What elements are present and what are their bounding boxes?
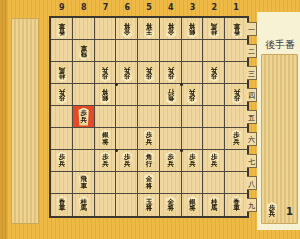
gote-piece-歩兵[interactable]: 歩兵 xyxy=(54,86,70,104)
square-1-5[interactable] xyxy=(225,106,247,128)
square-9-3[interactable]: 桂馬 xyxy=(51,62,73,84)
file-label-6: 6 xyxy=(116,3,138,12)
square-8-8[interactable]: 飛車 xyxy=(73,172,95,194)
gote-piece-歩兵[interactable]: 歩兵 xyxy=(97,64,113,82)
square-6-5[interactable] xyxy=(116,106,138,128)
square-9-7[interactable]: 歩兵 xyxy=(51,150,73,172)
gote-piece-香車[interactable]: 香車 xyxy=(54,20,70,38)
gote-piece-角行[interactable]: 角行 xyxy=(163,86,179,104)
star-point xyxy=(180,149,183,152)
file-label-4: 4 xyxy=(160,3,182,12)
file-label-3: 3 xyxy=(182,3,204,12)
square-6-1[interactable]: 金将 xyxy=(116,18,138,40)
square-8-4[interactable] xyxy=(73,84,95,106)
sente-piece-銀将[interactable]: 銀将 xyxy=(97,130,113,148)
square-9-1[interactable]: 香車 xyxy=(51,18,73,40)
square-4-5[interactable] xyxy=(160,106,182,128)
square-1-8[interactable] xyxy=(225,172,247,194)
shogi-board: 香車金将王将金将銀将桂馬香車飛車桂馬歩兵歩兵歩兵歩兵歩兵歩兵銀将角行歩兵歩兵歩兵… xyxy=(49,16,249,218)
square-2-1[interactable]: 桂馬 xyxy=(203,18,225,40)
sente-piece-歩兵[interactable]: 歩兵 xyxy=(163,152,179,170)
square-1-9[interactable]: 香車 xyxy=(225,194,247,216)
square-5-3[interactable]: 歩兵 xyxy=(138,62,160,84)
square-6-8[interactable] xyxy=(116,172,138,194)
sente-hand-tray xyxy=(261,54,298,224)
square-4-8[interactable] xyxy=(160,172,182,194)
square-9-5[interactable] xyxy=(51,106,73,128)
square-2-6[interactable] xyxy=(203,128,225,150)
square-7-4[interactable]: 銀将 xyxy=(95,84,117,106)
square-2-7[interactable]: 歩兵 xyxy=(203,150,225,172)
square-4-4[interactable]: 角行 xyxy=(160,84,182,106)
square-9-8[interactable] xyxy=(51,172,73,194)
square-2-2[interactable] xyxy=(203,40,225,62)
square-7-7[interactable]: 歩兵 xyxy=(95,150,117,172)
gote-piece-香車[interactable]: 香車 xyxy=(229,20,245,38)
square-5-1[interactable]: 王将 xyxy=(138,18,160,40)
gote-piece-歩兵[interactable]: 歩兵 xyxy=(163,64,179,82)
square-3-4[interactable]: 歩兵 xyxy=(182,84,204,106)
square-9-9[interactable]: 香車 xyxy=(51,194,73,216)
sente-piece-飛車[interactable]: 飛車 xyxy=(76,174,92,192)
file-coordinate-labels: 987654321 xyxy=(51,3,247,12)
square-8-7[interactable] xyxy=(73,150,95,172)
square-2-9[interactable]: 桂馬 xyxy=(203,194,225,216)
square-5-6[interactable]: 歩兵 xyxy=(138,128,160,150)
square-2-3[interactable]: 歩兵 xyxy=(203,62,225,84)
square-4-1[interactable]: 金将 xyxy=(160,18,182,40)
square-5-7[interactable]: 角行 xyxy=(138,150,160,172)
sente-piece-歩兵[interactable]: 歩兵 xyxy=(141,130,157,148)
sente-piece-角行[interactable]: 角行 xyxy=(141,152,157,170)
square-8-1[interactable] xyxy=(73,18,95,40)
square-8-6[interactable] xyxy=(73,128,95,150)
gote-piece-金将[interactable]: 金将 xyxy=(119,20,135,38)
square-9-4[interactable]: 歩兵 xyxy=(51,84,73,106)
sente-piece-香車[interactable]: 香車 xyxy=(229,196,245,214)
shogi-app: 香車金将王将金将銀将桂馬香車飛車桂馬歩兵歩兵歩兵歩兵歩兵歩兵銀将角行歩兵歩兵歩兵… xyxy=(0,0,300,239)
file-label-2: 2 xyxy=(203,3,225,12)
star-point xyxy=(180,83,183,86)
sente-piece-桂馬[interactable]: 桂馬 xyxy=(76,196,92,214)
file-label-5: 5 xyxy=(138,3,160,12)
sente-piece-歩兵[interactable]: 歩兵 xyxy=(206,152,222,170)
square-7-2[interactable] xyxy=(95,40,117,62)
sente-hand-pawn-count: 1 xyxy=(286,206,293,217)
square-8-9[interactable]: 桂馬 xyxy=(73,194,95,216)
sente-piece-桂馬[interactable]: 桂馬 xyxy=(206,196,222,214)
square-7-1[interactable] xyxy=(95,18,117,40)
square-6-9[interactable] xyxy=(116,194,138,216)
gote-piece-桂馬[interactable]: 桂馬 xyxy=(54,64,70,82)
square-3-9[interactable]: 銀将 xyxy=(182,194,204,216)
right-info-panel: 後手番 xyxy=(257,12,300,230)
square-7-9[interactable] xyxy=(95,194,117,216)
sente-piece-歩兵[interactable]: 歩兵 xyxy=(76,108,92,126)
sente-hand-pieces: 歩兵 1 xyxy=(263,202,293,220)
square-5-9[interactable]: 玉将 xyxy=(138,194,160,216)
square-1-4[interactable]: 歩兵 xyxy=(225,84,247,106)
square-4-3[interactable]: 歩兵 xyxy=(160,62,182,84)
square-7-8[interactable] xyxy=(95,172,117,194)
sente-piece-金将[interactable]: 金将 xyxy=(141,174,157,192)
square-4-6[interactable] xyxy=(160,128,182,150)
square-3-8[interactable] xyxy=(182,172,204,194)
square-3-1[interactable]: 銀将 xyxy=(182,18,204,40)
gote-piece-歩兵[interactable]: 歩兵 xyxy=(206,64,222,82)
square-3-6[interactable] xyxy=(182,128,204,150)
sente-piece-金将[interactable]: 金将 xyxy=(163,196,179,214)
square-5-2[interactable] xyxy=(138,40,160,62)
square-5-4[interactable] xyxy=(138,84,160,106)
sente-piece-玉将[interactable]: 玉将 xyxy=(141,196,157,214)
file-label-1: 1 xyxy=(225,3,247,12)
gote-piece-歩兵[interactable]: 歩兵 xyxy=(229,86,245,104)
file-label-7: 7 xyxy=(95,3,117,12)
star-point xyxy=(115,83,118,86)
gote-piece-歩兵[interactable]: 歩兵 xyxy=(184,86,200,104)
file-label-9: 9 xyxy=(51,3,73,12)
square-9-6[interactable] xyxy=(51,128,73,150)
square-8-2[interactable]: 飛車 xyxy=(73,40,95,62)
square-6-3[interactable]: 歩兵 xyxy=(116,62,138,84)
gote-piece-飛車[interactable]: 飛車 xyxy=(76,42,92,60)
square-2-5[interactable] xyxy=(203,106,225,128)
square-1-6[interactable]: 歩兵 xyxy=(225,128,247,150)
square-1-7[interactable] xyxy=(225,150,247,172)
square-6-6[interactable] xyxy=(116,128,138,150)
square-2-8[interactable] xyxy=(203,172,225,194)
square-8-5[interactable]: 歩兵 xyxy=(73,106,95,128)
gote-piece-歩兵[interactable]: 歩兵 xyxy=(119,64,135,82)
sente-piece-歩兵[interactable]: 歩兵 xyxy=(119,152,135,170)
left-border-strip xyxy=(0,0,7,239)
sente-piece-銀将[interactable]: 銀将 xyxy=(184,196,200,214)
square-4-9[interactable]: 金将 xyxy=(160,194,182,216)
square-3-7[interactable]: 歩兵 xyxy=(182,150,204,172)
square-9-2[interactable] xyxy=(51,40,73,62)
gote-piece-銀将[interactable]: 銀将 xyxy=(97,86,113,104)
gote-piece-王将[interactable]: 王将 xyxy=(141,20,157,38)
square-3-2[interactable] xyxy=(182,40,204,62)
sente-piece-歩兵[interactable]: 歩兵 xyxy=(97,152,113,170)
gote-piece-銀将[interactable]: 銀将 xyxy=(184,20,200,38)
sente-piece-香車[interactable]: 香車 xyxy=(54,196,70,214)
square-3-3[interactable] xyxy=(182,62,204,84)
square-6-7[interactable]: 歩兵 xyxy=(116,150,138,172)
sente-piece-歩兵[interactable]: 歩兵 xyxy=(54,152,70,170)
square-8-3[interactable] xyxy=(73,62,95,84)
board-grid: 香車金将王将金将銀将桂馬香車飛車桂馬歩兵歩兵歩兵歩兵歩兵歩兵銀将角行歩兵歩兵歩兵… xyxy=(51,18,247,216)
square-3-5[interactable] xyxy=(182,106,204,128)
turn-indicator: 後手番 xyxy=(262,38,298,52)
gote-piece-桂馬[interactable]: 桂馬 xyxy=(206,20,222,38)
gote-piece-歩兵[interactable]: 歩兵 xyxy=(141,64,157,82)
sente-hand-pawn[interactable]: 歩兵 xyxy=(264,202,280,220)
square-7-3[interactable]: 歩兵 xyxy=(95,62,117,84)
square-6-2[interactable] xyxy=(116,40,138,62)
square-7-6[interactable]: 銀将 xyxy=(95,128,117,150)
square-1-2[interactable] xyxy=(225,40,247,62)
sente-piece-歩兵[interactable]: 歩兵 xyxy=(229,130,245,148)
square-7-5[interactable] xyxy=(95,106,117,128)
square-5-8[interactable]: 金将 xyxy=(138,172,160,194)
square-4-2[interactable] xyxy=(160,40,182,62)
square-5-5[interactable] xyxy=(138,106,160,128)
square-4-7[interactable]: 歩兵 xyxy=(160,150,182,172)
sente-piece-歩兵[interactable]: 歩兵 xyxy=(184,152,200,170)
gote-hand-tray xyxy=(11,18,39,224)
square-1-1[interactable]: 香車 xyxy=(225,18,247,40)
gote-piece-金将[interactable]: 金将 xyxy=(163,20,179,38)
star-point xyxy=(115,149,118,152)
square-2-4[interactable] xyxy=(203,84,225,106)
square-6-4[interactable] xyxy=(116,84,138,106)
square-1-3[interactable] xyxy=(225,62,247,84)
file-label-8: 8 xyxy=(73,3,95,12)
